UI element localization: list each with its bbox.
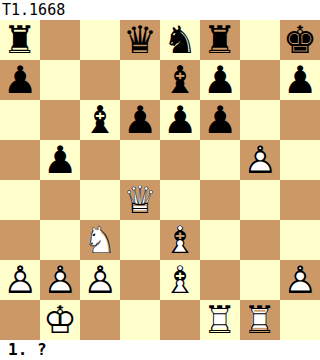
piece-white-pawn: ♙: [0, 260, 40, 300]
square-e8[interactable]: ♞: [160, 20, 200, 60]
piece-white-pawn-fill: ♟: [0, 260, 40, 300]
piece-white-pawn-fill: ♟: [240, 140, 280, 180]
square-e2[interactable]: ♝♗: [160, 260, 200, 300]
chess-app-window: T1.1668 ♜♛♞♜♚♟♝♟♟♝♟♟♟♟♟♙♛♕♞♘♝♗♟♙♟♙♟♙♝♗♟♙…: [0, 0, 320, 360]
piece-white-pawn: ♙: [40, 260, 80, 300]
piece-black-pawn: ♟: [0, 60, 40, 100]
piece-white-queen-fill: ♛: [120, 180, 160, 220]
square-e7[interactable]: ♝: [160, 60, 200, 100]
piece-white-rook: ♖: [200, 300, 240, 340]
square-d6[interactable]: ♟: [120, 100, 160, 140]
square-h4[interactable]: [280, 180, 320, 220]
square-c4[interactable]: [80, 180, 120, 220]
move-prompt-label: 1. ?: [0, 340, 320, 360]
piece-white-knight: ♘: [80, 220, 120, 260]
square-g5[interactable]: ♟♙: [240, 140, 280, 180]
square-c7[interactable]: [80, 60, 120, 100]
square-h8[interactable]: ♚: [280, 20, 320, 60]
piece-white-queen: ♕: [120, 180, 160, 220]
square-g4[interactable]: [240, 180, 280, 220]
piece-white-rook: ♖: [240, 300, 280, 340]
square-b1[interactable]: ♚♔: [40, 300, 80, 340]
square-d8[interactable]: ♛: [120, 20, 160, 60]
square-g7[interactable]: [240, 60, 280, 100]
piece-white-pawn-fill: ♟: [40, 260, 80, 300]
piece-black-pawn: ♟: [200, 60, 240, 100]
piece-white-pawn-fill: ♟: [280, 260, 320, 300]
square-d3[interactable]: [120, 220, 160, 260]
piece-black-knight: ♞: [160, 20, 200, 60]
square-e3[interactable]: ♝♗: [160, 220, 200, 260]
piece-white-bishop-fill: ♝: [160, 260, 200, 300]
square-c3[interactable]: ♞♘: [80, 220, 120, 260]
piece-black-bishop: ♝: [80, 100, 120, 140]
square-b5[interactable]: ♟: [40, 140, 80, 180]
piece-white-pawn-fill: ♟: [80, 260, 120, 300]
square-f5[interactable]: [200, 140, 240, 180]
square-c1[interactable]: [80, 300, 120, 340]
square-d1[interactable]: [120, 300, 160, 340]
square-a2[interactable]: ♟♙: [0, 260, 40, 300]
square-e6[interactable]: ♟: [160, 100, 200, 140]
square-b8[interactable]: [40, 20, 80, 60]
square-f1[interactable]: ♜♖: [200, 300, 240, 340]
square-f3[interactable]: [200, 220, 240, 260]
square-f8[interactable]: ♜: [200, 20, 240, 60]
square-d4[interactable]: ♛♕: [120, 180, 160, 220]
square-f6[interactable]: ♟: [200, 100, 240, 140]
piece-white-knight-fill: ♞: [80, 220, 120, 260]
chess-board: ♜♛♞♜♚♟♝♟♟♝♟♟♟♟♟♙♛♕♞♘♝♗♟♙♟♙♟♙♝♗♟♙♚♔♜♖♜♖: [0, 20, 320, 340]
piece-black-queen: ♛: [120, 20, 160, 60]
square-f2[interactable]: [200, 260, 240, 300]
piece-white-king: ♔: [40, 300, 80, 340]
square-g8[interactable]: [240, 20, 280, 60]
square-f4[interactable]: [200, 180, 240, 220]
piece-white-bishop: ♗: [160, 220, 200, 260]
square-c6[interactable]: ♝: [80, 100, 120, 140]
piece-white-rook-fill: ♜: [240, 300, 280, 340]
square-b3[interactable]: [40, 220, 80, 260]
square-d7[interactable]: [120, 60, 160, 100]
square-a7[interactable]: ♟: [0, 60, 40, 100]
square-g3[interactable]: [240, 220, 280, 260]
square-h3[interactable]: [280, 220, 320, 260]
piece-white-king-fill: ♚: [40, 300, 80, 340]
piece-white-pawn: ♙: [80, 260, 120, 300]
piece-white-rook-fill: ♜: [200, 300, 240, 340]
square-d5[interactable]: [120, 140, 160, 180]
square-a6[interactable]: [0, 100, 40, 140]
square-h1[interactable]: [280, 300, 320, 340]
square-a1[interactable]: [0, 300, 40, 340]
square-c2[interactable]: ♟♙: [80, 260, 120, 300]
square-c5[interactable]: [80, 140, 120, 180]
piece-black-pawn: ♟: [280, 60, 320, 100]
piece-black-pawn: ♟: [160, 100, 200, 140]
square-b7[interactable]: [40, 60, 80, 100]
square-g2[interactable]: [240, 260, 280, 300]
square-h2[interactable]: ♟♙: [280, 260, 320, 300]
piece-white-bishop: ♗: [160, 260, 200, 300]
piece-black-king: ♚: [280, 20, 320, 60]
square-e4[interactable]: [160, 180, 200, 220]
piece-white-pawn: ♙: [240, 140, 280, 180]
square-b2[interactable]: ♟♙: [40, 260, 80, 300]
square-d2[interactable]: [120, 260, 160, 300]
square-b4[interactable]: [40, 180, 80, 220]
square-e5[interactable]: [160, 140, 200, 180]
piece-black-pawn: ♟: [200, 100, 240, 140]
square-g6[interactable]: [240, 100, 280, 140]
square-f7[interactable]: ♟: [200, 60, 240, 100]
piece-black-bishop: ♝: [160, 60, 200, 100]
square-h7[interactable]: ♟: [280, 60, 320, 100]
square-h5[interactable]: [280, 140, 320, 180]
piece-white-bishop-fill: ♝: [160, 220, 200, 260]
square-a4[interactable]: [0, 180, 40, 220]
square-a3[interactable]: [0, 220, 40, 260]
piece-black-pawn: ♟: [40, 140, 80, 180]
square-h6[interactable]: [280, 100, 320, 140]
square-e1[interactable]: [160, 300, 200, 340]
piece-black-rook: ♜: [200, 20, 240, 60]
square-c8[interactable]: [80, 20, 120, 60]
piece-black-pawn: ♟: [120, 100, 160, 140]
square-g1[interactable]: ♜♖: [240, 300, 280, 340]
square-a5[interactable]: [0, 140, 40, 180]
piece-black-rook: ♜: [0, 20, 40, 60]
puzzle-id-label: T1.1668: [0, 0, 320, 20]
piece-white-pawn: ♙: [280, 260, 320, 300]
square-a8[interactable]: ♜: [0, 20, 40, 60]
square-b6[interactable]: [40, 100, 80, 140]
